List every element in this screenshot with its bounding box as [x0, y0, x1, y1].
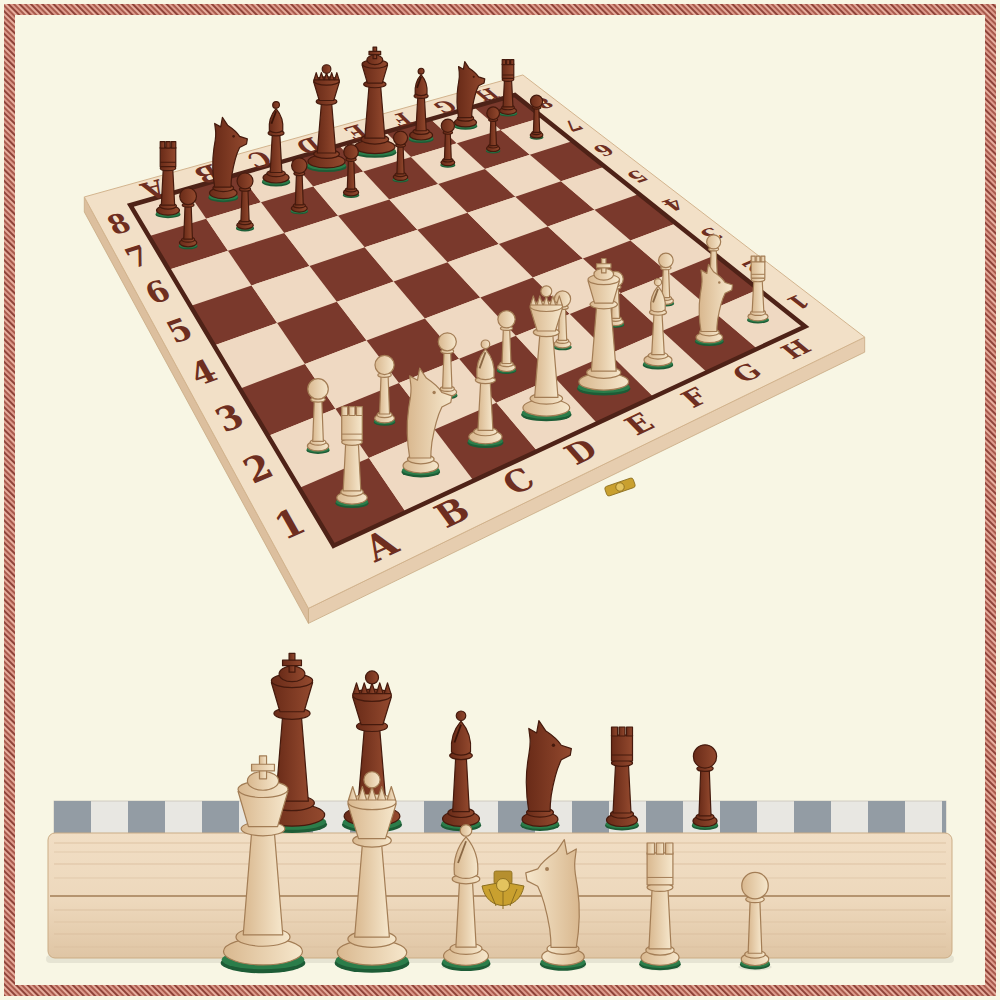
box-top-checker-strip — [54, 801, 946, 834]
scene-svg: AABBCCDDEEFFGGHH1122334455667788 — [0, 0, 1000, 1000]
chess-set-product-photo: AABBCCDDEEFFGGHH1122334455667788 — [0, 0, 1000, 1000]
